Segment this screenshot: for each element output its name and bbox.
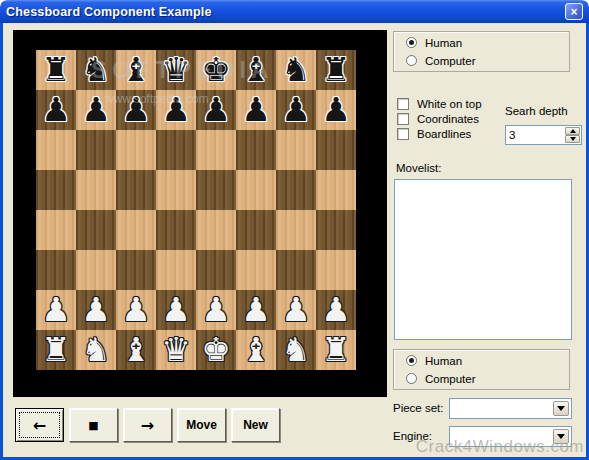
square-d1[interactable]: ♛ [156, 330, 196, 370]
square-b7[interactable]: ♟ [76, 90, 116, 130]
square-b3[interactable] [76, 250, 116, 290]
square-h3[interactable] [316, 250, 356, 290]
forward-button[interactable]: → [123, 408, 172, 442]
square-d8[interactable]: ♛ [156, 50, 196, 90]
checkbox-icon[interactable] [397, 128, 409, 140]
black-pawn[interactable]: ♟ [81, 90, 111, 130]
white-knight[interactable]: ♞ [281, 330, 311, 370]
radio-icon[interactable] [406, 55, 417, 66]
bottom-human-option[interactable]: Human [406, 353, 569, 368]
black-pawn[interactable]: ♟ [41, 90, 71, 130]
black-rook[interactable]: ♜ [41, 50, 71, 90]
top-computer-label: Computer [425, 55, 476, 67]
square-d6[interactable] [156, 130, 196, 170]
top-human-label: Human [425, 37, 462, 49]
search-depth-spinner[interactable]: 3 [505, 125, 582, 145]
white-on-top-label: White on top [417, 98, 482, 110]
square-g8[interactable]: ♞ [276, 50, 316, 90]
boardlines-label: Boardlines [417, 128, 471, 140]
square-e7[interactable]: ♟ [196, 90, 236, 130]
square-d5[interactable] [156, 170, 196, 210]
white-pawn[interactable]: ♟ [321, 290, 351, 330]
left-arrow-icon: ← [33, 416, 46, 435]
white-pawn[interactable]: ♟ [201, 290, 231, 330]
piece-set-label: Piece set: [393, 402, 444, 414]
square-e5[interactable] [196, 170, 236, 210]
square-c7[interactable]: ♟ [116, 90, 156, 130]
square-e1[interactable]: ♚ [196, 330, 236, 370]
black-bishop[interactable]: ♝ [241, 50, 271, 90]
white-rook[interactable]: ♜ [321, 330, 351, 370]
square-h1[interactable]: ♜ [316, 330, 356, 370]
black-king[interactable]: ♚ [201, 50, 231, 90]
square-b6[interactable] [76, 130, 116, 170]
square-a6[interactable] [36, 130, 76, 170]
movelist-label: Movelist: [396, 162, 441, 174]
stop-icon: ■ [88, 419, 98, 432]
square-h4[interactable] [316, 210, 356, 250]
square-f8[interactable]: ♝ [236, 50, 276, 90]
square-f4[interactable] [236, 210, 276, 250]
square-e3[interactable] [196, 250, 236, 290]
title-bar[interactable]: Chessboard Component Example × [0, 0, 589, 23]
square-f2[interactable]: ♟ [236, 290, 276, 330]
square-g2[interactable]: ♟ [276, 290, 316, 330]
chess-board[interactable]: ♜♞♝♛♚♝♞♜♟♟♟♟♟♟♟♟♟♟♟♟♟♟♟♟♜♞♝♛♚♝♞♜ [36, 50, 356, 370]
square-a8[interactable]: ♜ [36, 50, 76, 90]
white-pawn[interactable]: ♟ [161, 290, 191, 330]
square-f5[interactable] [236, 170, 276, 210]
board-options: White on top Coordinates Boardlines [397, 96, 482, 141]
square-b4[interactable] [76, 210, 116, 250]
square-g7[interactable]: ♟ [276, 90, 316, 130]
square-g3[interactable] [276, 250, 316, 290]
new-button[interactable]: New [231, 408, 280, 442]
white-pawn[interactable]: ♟ [121, 290, 151, 330]
right-arrow-icon: → [141, 416, 154, 435]
bottom-computer-option[interactable]: Computer [406, 371, 569, 386]
black-bishop[interactable]: ♝ [121, 50, 151, 90]
square-e2[interactable]: ♟ [196, 290, 236, 330]
boardlines-option[interactable]: Boardlines [397, 126, 482, 141]
black-pawn[interactable]: ♟ [121, 90, 151, 130]
radio-icon[interactable] [406, 37, 417, 48]
square-h6[interactable] [316, 130, 356, 170]
radio-icon[interactable] [406, 373, 417, 384]
new-button-label: New [243, 418, 268, 432]
back-button[interactable]: ← [15, 408, 64, 442]
black-pawn[interactable]: ♟ [321, 90, 351, 130]
square-f1[interactable]: ♝ [236, 330, 276, 370]
black-pawn[interactable]: ♟ [161, 90, 191, 130]
white-pawn[interactable]: ♟ [241, 290, 271, 330]
square-b2[interactable]: ♟ [76, 290, 116, 330]
window-title: Chessboard Component Example [0, 5, 212, 19]
move-button-label: Move [186, 418, 217, 432]
white-rook[interactable]: ♜ [41, 330, 71, 370]
square-g5[interactable] [276, 170, 316, 210]
search-depth-label: Searh depth [505, 105, 568, 117]
black-pawn[interactable]: ♟ [201, 90, 231, 130]
spin-down-button[interactable] [565, 135, 580, 143]
bottom-player-group: Human Computer [393, 349, 570, 390]
checkbox-icon[interactable] [397, 98, 409, 110]
square-e8[interactable]: ♚ [196, 50, 236, 90]
spin-up-button[interactable] [565, 127, 580, 135]
square-g6[interactable] [276, 130, 316, 170]
square-c4[interactable] [116, 210, 156, 250]
search-depth-value[interactable]: 3 [509, 129, 515, 141]
square-d3[interactable] [156, 250, 196, 290]
white-pawn[interactable]: ♟ [41, 290, 71, 330]
square-a3[interactable] [36, 250, 76, 290]
square-f3[interactable] [236, 250, 276, 290]
square-h5[interactable] [316, 170, 356, 210]
black-rook[interactable]: ♜ [321, 50, 351, 90]
square-f7[interactable]: ♟ [236, 90, 276, 130]
black-pawn[interactable]: ♟ [281, 90, 311, 130]
square-d2[interactable]: ♟ [156, 290, 196, 330]
bottom-computer-label: Computer [425, 373, 476, 385]
stop-button[interactable]: ■ [69, 408, 118, 442]
top-player-group: Human Computer [393, 31, 570, 72]
square-g1[interactable]: ♞ [276, 330, 316, 370]
square-c6[interactable] [116, 130, 156, 170]
square-c8[interactable]: ♝ [116, 50, 156, 90]
square-a7[interactable]: ♟ [36, 90, 76, 130]
chess-board-frame: ♜♞♝♛♚♝♞♜♟♟♟♟♟♟♟♟♟♟♟♟♟♟♟♟♜♞♝♛♚♝♞♜ SOFTPED… [13, 30, 387, 397]
square-g4[interactable] [276, 210, 316, 250]
piece-set-dropdown[interactable] [449, 398, 572, 419]
black-knight[interactable]: ♞ [81, 50, 111, 90]
square-c1[interactable]: ♝ [116, 330, 156, 370]
page-watermark: Crack4Windows.com [416, 437, 584, 457]
square-c3[interactable] [116, 250, 156, 290]
square-f6[interactable] [236, 130, 276, 170]
close-icon: × [570, 5, 577, 19]
square-b8[interactable]: ♞ [76, 50, 116, 90]
spinner-buttons [565, 127, 580, 143]
chevron-down-icon [557, 406, 565, 411]
black-pawn[interactable]: ♟ [241, 90, 271, 130]
close-button[interactable]: × [565, 3, 583, 20]
piece-set-dropdown-button[interactable] [553, 401, 569, 416]
square-d7[interactable]: ♟ [156, 90, 196, 130]
checkbox-icon[interactable] [397, 113, 409, 125]
white-pawn[interactable]: ♟ [81, 290, 111, 330]
square-b1[interactable]: ♞ [76, 330, 116, 370]
square-h7[interactable]: ♟ [316, 90, 356, 130]
black-knight[interactable]: ♞ [281, 50, 311, 90]
white-queen[interactable]: ♛ [161, 330, 191, 370]
square-h8[interactable]: ♜ [316, 50, 356, 90]
arrow-down-icon [570, 137, 576, 141]
movelist-listbox[interactable] [394, 179, 572, 340]
square-a1[interactable]: ♜ [36, 330, 76, 370]
coordinates-label: Coordinates [417, 113, 479, 125]
square-e6[interactable] [196, 130, 236, 170]
top-human-option[interactable]: Human [406, 35, 569, 50]
square-a5[interactable] [36, 170, 76, 210]
white-king[interactable]: ♚ [201, 330, 231, 370]
square-a2[interactable]: ♟ [36, 290, 76, 330]
black-queen[interactable]: ♛ [161, 50, 191, 90]
toolbar: ← ■ → Move New [15, 408, 280, 442]
square-c5[interactable] [116, 170, 156, 210]
square-a4[interactable] [36, 210, 76, 250]
arrow-up-icon [570, 129, 576, 133]
radio-icon[interactable] [406, 355, 417, 366]
coordinates-option[interactable]: Coordinates [397, 111, 482, 126]
square-b5[interactable] [76, 170, 116, 210]
bottom-human-label: Human [425, 355, 462, 367]
app-window: Chessboard Component Example × ♜♞♝♛♚♝♞♜♟… [0, 0, 589, 460]
square-d4[interactable] [156, 210, 196, 250]
white-pawn[interactable]: ♟ [281, 290, 311, 330]
white-bishop[interactable]: ♝ [241, 330, 271, 370]
white-knight[interactable]: ♞ [81, 330, 111, 370]
square-h2[interactable]: ♟ [316, 290, 356, 330]
white-bishop[interactable]: ♝ [121, 330, 151, 370]
white-on-top-option[interactable]: White on top [397, 96, 482, 111]
square-e4[interactable] [196, 210, 236, 250]
move-button[interactable]: Move [177, 408, 226, 442]
square-c2[interactable]: ♟ [116, 290, 156, 330]
top-computer-option[interactable]: Computer [406, 53, 569, 68]
